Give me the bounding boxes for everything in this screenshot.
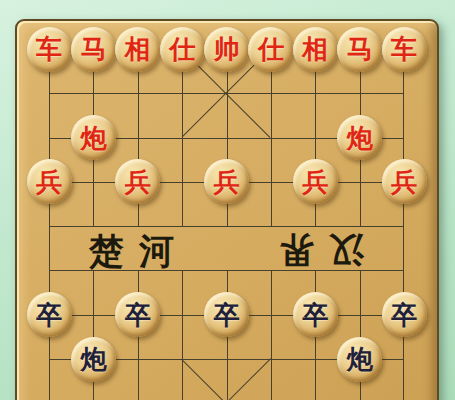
screenshot: 楚河 汉界 车马相仕帅仕相马车炮炮兵兵兵兵兵卒卒卒卒卒炮炮: [0, 0, 455, 400]
piece-black-cannon[interactable]: 炮: [71, 337, 116, 382]
piece-glyph: 卒: [214, 302, 240, 328]
piece-red-elephant[interactable]: 相: [293, 27, 338, 72]
piece-glyph: 帅: [214, 36, 240, 62]
piece-glyph: 炮: [347, 125, 373, 151]
piece-glyph: 卒: [36, 302, 62, 328]
piece-black-soldier[interactable]: 卒: [204, 292, 249, 337]
river-label-han-jie: 汉界: [264, 226, 364, 273]
piece-red-horse[interactable]: 马: [337, 27, 382, 72]
piece-glyph: 兵: [36, 169, 62, 195]
piece-red-general[interactable]: 帅: [204, 27, 249, 72]
river-label-chu-he: 楚河: [89, 228, 189, 275]
piece-red-horse[interactable]: 马: [71, 27, 116, 72]
piece-glyph: 马: [347, 36, 373, 62]
piece-glyph: 卒: [302, 302, 328, 328]
piece-glyph: 炮: [347, 346, 373, 372]
piece-glyph: 相: [302, 36, 328, 62]
piece-red-cannon[interactable]: 炮: [71, 115, 116, 160]
piece-red-chariot[interactable]: 车: [382, 27, 427, 72]
piece-glyph: 兵: [391, 169, 417, 195]
piece-glyph: 车: [36, 36, 62, 62]
piece-black-soldier[interactable]: 卒: [382, 292, 427, 337]
piece-red-soldier[interactable]: 兵: [293, 159, 338, 204]
piece-glyph: 炮: [80, 346, 106, 372]
board-cell: [138, 359, 182, 400]
piece-glyph: 兵: [302, 169, 328, 195]
board-cell: [182, 93, 226, 137]
piece-glyph: 相: [125, 36, 151, 62]
piece-red-advisor[interactable]: 仕: [248, 27, 293, 72]
piece-glyph: 车: [391, 36, 417, 62]
board-cell: [138, 93, 182, 137]
piece-red-cannon[interactable]: 炮: [337, 115, 382, 160]
piece-glyph: 兵: [214, 169, 240, 195]
piece-glyph: 仕: [258, 36, 284, 62]
piece-black-soldier[interactable]: 卒: [27, 292, 72, 337]
piece-glyph: 仕: [169, 36, 195, 62]
piece-red-chariot[interactable]: 车: [27, 27, 72, 72]
piece-glyph: 马: [80, 36, 106, 62]
piece-glyph: 卒: [391, 302, 417, 328]
board-cell: [271, 359, 315, 400]
piece-red-soldier[interactable]: 兵: [27, 159, 72, 204]
piece-red-elephant[interactable]: 相: [115, 27, 160, 72]
board-cell: [227, 359, 271, 400]
piece-glyph: 兵: [125, 169, 151, 195]
board-cell: [360, 226, 404, 270]
piece-red-soldier[interactable]: 兵: [382, 159, 427, 204]
board-cell: [227, 93, 271, 137]
board-cell: [182, 359, 226, 400]
piece-black-cannon[interactable]: 炮: [337, 337, 382, 382]
piece-red-advisor[interactable]: 仕: [160, 27, 205, 72]
piece-black-soldier[interactable]: 卒: [293, 292, 338, 337]
xiangqi-board: 楚河 汉界 车马相仕帅仕相马车炮炮兵兵兵兵兵卒卒卒卒卒炮炮: [15, 19, 439, 400]
piece-glyph: 卒: [125, 302, 151, 328]
board-cell: [271, 93, 315, 137]
board-cell: [49, 226, 93, 270]
piece-glyph: 炮: [80, 125, 106, 151]
